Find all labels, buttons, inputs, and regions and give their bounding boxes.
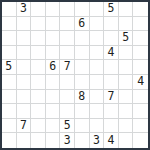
clue-cell[interactable]: 8 [75,90,90,105]
empty-cell[interactable] [104,31,119,46]
empty-cell[interactable] [133,119,148,134]
empty-cell[interactable] [104,17,119,32]
empty-cell[interactable] [31,133,46,148]
empty-cell[interactable] [46,2,61,17]
empty-cell[interactable] [31,46,46,61]
empty-cell[interactable] [133,17,148,32]
empty-cell[interactable] [119,17,134,32]
clue-cell[interactable]: 4 [104,46,119,61]
clue-cell[interactable]: 4 [133,75,148,90]
empty-cell[interactable] [75,31,90,46]
clue-cell[interactable]: 7 [17,119,32,134]
empty-cell[interactable] [75,2,90,17]
empty-cell[interactable] [31,31,46,46]
empty-cell[interactable] [2,2,17,17]
empty-cell[interactable] [17,31,32,46]
empty-cell[interactable] [60,2,75,17]
clue-cell[interactable]: 4 [104,133,119,148]
empty-cell[interactable] [17,133,32,148]
empty-cell[interactable] [133,46,148,61]
empty-cell[interactable] [46,46,61,61]
empty-cell[interactable] [31,2,46,17]
empty-cell[interactable] [133,60,148,75]
empty-cell[interactable] [104,60,119,75]
clue-cell[interactable]: 5 [2,60,17,75]
empty-cell[interactable] [75,133,90,148]
empty-cell[interactable] [17,90,32,105]
clue-cell[interactable]: 3 [17,2,32,17]
empty-cell[interactable] [90,2,105,17]
empty-cell[interactable] [90,90,105,105]
empty-cell[interactable] [90,31,105,46]
empty-cell[interactable] [133,104,148,119]
clue-cell[interactable]: 5 [60,119,75,134]
empty-cell[interactable] [75,104,90,119]
empty-cell[interactable] [46,133,61,148]
empty-cell[interactable] [31,104,46,119]
empty-cell[interactable] [17,17,32,32]
clue-cell[interactable]: 3 [90,133,105,148]
clue-cell[interactable]: 6 [75,17,90,32]
empty-cell[interactable] [31,90,46,105]
empty-cell[interactable] [119,46,134,61]
empty-cell[interactable] [46,31,61,46]
empty-cell[interactable] [90,60,105,75]
empty-cell[interactable] [119,2,134,17]
empty-cell[interactable] [2,133,17,148]
empty-cell[interactable] [31,60,46,75]
clue-cell[interactable]: 5 [104,2,119,17]
puzzle-board: 3565456748775334 [0,0,150,150]
empty-cell[interactable] [90,104,105,119]
empty-cell[interactable] [75,119,90,134]
clue-cell[interactable]: 5 [119,31,134,46]
empty-cell[interactable] [119,75,134,90]
empty-cell[interactable] [75,46,90,61]
empty-cell[interactable] [75,75,90,90]
empty-cell[interactable] [46,119,61,134]
empty-cell[interactable] [2,17,17,32]
empty-cell[interactable] [60,31,75,46]
empty-cell[interactable] [90,75,105,90]
empty-cell[interactable] [104,119,119,134]
empty-cell[interactable] [31,17,46,32]
empty-cell[interactable] [133,90,148,105]
empty-cell[interactable] [60,75,75,90]
clue-cell[interactable]: 7 [104,90,119,105]
empty-cell[interactable] [133,133,148,148]
empty-cell[interactable] [46,90,61,105]
empty-cell[interactable] [2,119,17,134]
empty-cell[interactable] [46,104,61,119]
empty-cell[interactable] [2,46,17,61]
empty-cell[interactable] [75,60,90,75]
empty-cell[interactable] [2,31,17,46]
empty-cell[interactable] [119,119,134,134]
empty-cell[interactable] [90,46,105,61]
empty-cell[interactable] [90,119,105,134]
empty-cell[interactable] [2,75,17,90]
empty-cell[interactable] [46,17,61,32]
empty-cell[interactable] [104,75,119,90]
clue-cell[interactable]: 3 [60,133,75,148]
clue-cell[interactable]: 6 [46,60,61,75]
empty-cell[interactable] [31,119,46,134]
empty-cell[interactable] [46,75,61,90]
empty-cell[interactable] [90,17,105,32]
empty-cell[interactable] [2,104,17,119]
empty-cell[interactable] [104,104,119,119]
clue-cell[interactable]: 7 [60,60,75,75]
empty-cell[interactable] [60,17,75,32]
empty-cell[interactable] [119,104,134,119]
empty-cell[interactable] [60,46,75,61]
empty-cell[interactable] [2,90,17,105]
empty-cell[interactable] [119,60,134,75]
empty-cell[interactable] [133,2,148,17]
empty-cell[interactable] [17,60,32,75]
empty-cell[interactable] [31,75,46,90]
empty-cell[interactable] [17,75,32,90]
empty-cell[interactable] [17,104,32,119]
empty-cell[interactable] [17,46,32,61]
empty-cell[interactable] [119,133,134,148]
empty-cell[interactable] [60,104,75,119]
empty-cell[interactable] [119,90,134,105]
empty-cell[interactable] [133,31,148,46]
empty-cell[interactable] [60,90,75,105]
